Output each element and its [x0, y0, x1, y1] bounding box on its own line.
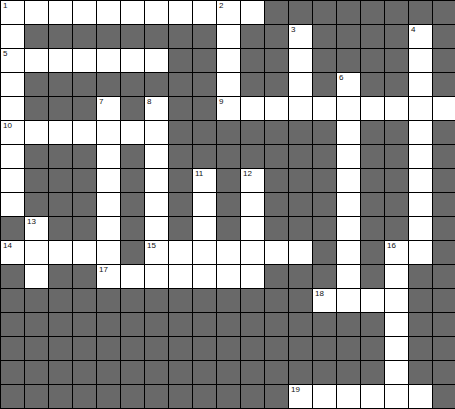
grid-cell[interactable]: 9 — [217, 97, 241, 121]
grid-cell[interactable] — [361, 97, 385, 121]
clue-number: 8 — [147, 97, 151, 106]
grid-cell[interactable] — [241, 241, 265, 265]
block-cell — [169, 313, 193, 337]
block-cell — [361, 121, 385, 145]
block-cell — [409, 265, 433, 289]
grid-cell[interactable] — [409, 217, 433, 241]
grid-cell[interactable] — [385, 289, 409, 313]
block-cell — [73, 73, 97, 97]
grid-cell[interactable] — [73, 241, 97, 265]
block-cell — [49, 313, 73, 337]
block-cell — [193, 25, 217, 49]
block-cell — [289, 337, 313, 361]
grid-cell[interactable] — [409, 169, 433, 193]
block-cell — [313, 73, 337, 97]
block-cell — [433, 313, 455, 337]
grid-cell[interactable] — [337, 241, 361, 265]
grid-cell[interactable] — [337, 169, 361, 193]
block-cell — [121, 145, 145, 169]
block-cell — [361, 193, 385, 217]
block-cell — [313, 265, 337, 289]
block-cell — [97, 385, 121, 409]
grid-cell[interactable] — [217, 49, 241, 73]
grid-cell[interactable]: 6 — [337, 73, 361, 97]
grid-cell[interactable] — [361, 385, 385, 409]
grid-cell[interactable] — [217, 265, 241, 289]
grid-cell[interactable] — [409, 97, 433, 121]
block-cell — [313, 193, 337, 217]
block-cell — [241, 73, 265, 97]
block-cell — [1, 385, 25, 409]
block-cell — [145, 337, 169, 361]
block-cell — [361, 25, 385, 49]
block-cell — [73, 337, 97, 361]
grid-cell[interactable] — [25, 1, 49, 25]
grid-cell[interactable]: 17 — [97, 265, 121, 289]
grid-cell[interactable] — [193, 265, 217, 289]
grid-cell[interactable] — [193, 217, 217, 241]
grid-cell[interactable] — [385, 97, 409, 121]
grid-cell[interactable] — [409, 73, 433, 97]
grid-cell[interactable] — [1, 73, 25, 97]
block-cell — [337, 313, 361, 337]
block-cell — [265, 1, 289, 25]
block-cell — [25, 193, 49, 217]
block-cell — [289, 193, 313, 217]
clue-number: 2 — [219, 1, 223, 10]
block-cell — [385, 25, 409, 49]
block-cell — [241, 337, 265, 361]
grid-cell[interactable] — [25, 265, 49, 289]
block-cell — [433, 337, 455, 361]
block-cell — [361, 313, 385, 337]
block-cell — [265, 193, 289, 217]
grid-cell[interactable] — [145, 265, 169, 289]
block-cell — [409, 289, 433, 313]
block-cell — [169, 121, 193, 145]
block-cell — [121, 361, 145, 385]
block-cell — [385, 73, 409, 97]
grid-cell[interactable] — [97, 145, 121, 169]
grid-cell[interactable]: 10 — [1, 121, 25, 145]
block-cell — [337, 49, 361, 73]
block-cell — [409, 1, 433, 25]
block-cell — [193, 121, 217, 145]
block-cell — [385, 217, 409, 241]
block-cell — [361, 361, 385, 385]
block-cell — [313, 121, 337, 145]
block-cell — [25, 313, 49, 337]
block-cell — [217, 337, 241, 361]
grid-cell[interactable]: 19 — [289, 385, 313, 409]
block-cell — [361, 1, 385, 25]
block-cell — [145, 361, 169, 385]
block-cell — [433, 73, 455, 97]
block-cell — [265, 289, 289, 313]
grid-cell[interactable]: 7 — [97, 97, 121, 121]
block-cell — [73, 313, 97, 337]
block-cell — [289, 121, 313, 145]
block-cell — [193, 313, 217, 337]
block-cell — [145, 289, 169, 313]
grid-cell[interactable]: 11 — [193, 169, 217, 193]
grid-cell[interactable] — [337, 265, 361, 289]
grid-cell[interactable] — [385, 313, 409, 337]
block-cell — [193, 361, 217, 385]
grid-cell[interactable] — [289, 241, 313, 265]
clue-number: 9 — [219, 97, 223, 106]
block-cell — [73, 193, 97, 217]
block-cell — [193, 145, 217, 169]
grid-cell[interactable] — [409, 49, 433, 73]
block-cell — [121, 289, 145, 313]
grid-cell[interactable] — [169, 265, 193, 289]
block-cell — [265, 337, 289, 361]
block-cell — [361, 241, 385, 265]
block-cell — [1, 313, 25, 337]
grid-cell[interactable] — [145, 49, 169, 73]
block-cell — [73, 289, 97, 313]
block-cell — [1, 289, 25, 313]
block-cell — [1, 265, 25, 289]
grid-cell[interactable] — [73, 121, 97, 145]
grid-cell[interactable] — [289, 73, 313, 97]
grid-cell[interactable] — [145, 145, 169, 169]
block-cell — [49, 169, 73, 193]
block-cell — [25, 361, 49, 385]
block-cell — [49, 193, 73, 217]
block-cell — [121, 73, 145, 97]
block-cell — [265, 25, 289, 49]
clue-number: 7 — [99, 97, 103, 106]
block-cell — [361, 337, 385, 361]
block-cell — [193, 385, 217, 409]
block-cell — [433, 169, 455, 193]
block-cell — [145, 25, 169, 49]
grid-cell[interactable] — [409, 193, 433, 217]
block-cell — [265, 121, 289, 145]
block-cell — [25, 145, 49, 169]
grid-cell[interactable] — [121, 1, 145, 25]
block-cell — [49, 361, 73, 385]
block-cell — [289, 217, 313, 241]
grid-cell[interactable] — [337, 385, 361, 409]
grid-cell[interactable] — [385, 337, 409, 361]
block-cell — [265, 145, 289, 169]
block-cell — [361, 49, 385, 73]
block-cell — [289, 361, 313, 385]
grid-cell[interactable] — [337, 289, 361, 313]
block-cell — [73, 169, 97, 193]
block-cell — [337, 25, 361, 49]
block-cell — [97, 361, 121, 385]
block-cell — [1, 361, 25, 385]
block-cell — [97, 25, 121, 49]
block-cell — [121, 169, 145, 193]
grid-cell[interactable] — [337, 97, 361, 121]
clue-number: 19 — [291, 385, 300, 394]
grid-cell[interactable]: 18 — [313, 289, 337, 313]
block-cell — [433, 241, 455, 265]
block-cell — [433, 49, 455, 73]
grid-cell[interactable]: 14 — [1, 241, 25, 265]
block-cell — [49, 337, 73, 361]
block-cell — [121, 25, 145, 49]
grid-cell[interactable]: 3 — [289, 25, 313, 49]
grid-cell[interactable] — [385, 385, 409, 409]
grid-cell[interactable] — [217, 73, 241, 97]
grid-cell[interactable] — [49, 1, 73, 25]
grid-cell[interactable] — [145, 217, 169, 241]
block-cell — [169, 385, 193, 409]
grid-cell[interactable] — [241, 217, 265, 241]
grid-cell[interactable] — [337, 121, 361, 145]
block-cell — [169, 289, 193, 313]
grid-cell[interactable]: 1 — [1, 1, 25, 25]
grid-cell[interactable] — [97, 241, 121, 265]
block-cell — [265, 385, 289, 409]
block-cell — [49, 289, 73, 313]
clue-number: 13 — [27, 217, 36, 226]
block-cell — [25, 25, 49, 49]
grid-cell[interactable] — [49, 241, 73, 265]
crossword-grid: 12345678910111213141516171819 — [0, 0, 455, 409]
block-cell — [169, 25, 193, 49]
block-cell — [145, 73, 169, 97]
block-cell — [433, 385, 455, 409]
grid-cell[interactable] — [217, 25, 241, 49]
grid-cell[interactable] — [409, 145, 433, 169]
grid-cell[interactable] — [73, 1, 97, 25]
grid-cell[interactable] — [409, 241, 433, 265]
block-cell — [217, 217, 241, 241]
grid-cell[interactable] — [385, 361, 409, 385]
grid-cell[interactable] — [241, 265, 265, 289]
block-cell — [217, 169, 241, 193]
block-cell — [361, 145, 385, 169]
grid-cell[interactable] — [97, 121, 121, 145]
clue-number: 3 — [291, 25, 295, 34]
block-cell — [97, 313, 121, 337]
block-cell — [73, 145, 97, 169]
block-cell — [49, 217, 73, 241]
grid-cell[interactable]: 12 — [241, 169, 265, 193]
block-cell — [433, 217, 455, 241]
block-cell — [145, 313, 169, 337]
grid-cell[interactable] — [313, 97, 337, 121]
grid-cell[interactable] — [1, 169, 25, 193]
grid-cell[interactable] — [313, 385, 337, 409]
block-cell — [337, 361, 361, 385]
clue-number: 1 — [3, 1, 7, 10]
block-cell — [1, 217, 25, 241]
grid-cell[interactable]: 15 — [145, 241, 169, 265]
block-cell — [265, 49, 289, 73]
block-cell — [289, 265, 313, 289]
clue-number: 10 — [3, 121, 12, 130]
grid-cell[interactable] — [241, 1, 265, 25]
block-cell — [241, 361, 265, 385]
block-cell — [313, 25, 337, 49]
block-cell — [169, 193, 193, 217]
block-cell — [217, 289, 241, 313]
grid-cell[interactable] — [25, 121, 49, 145]
block-cell — [241, 385, 265, 409]
grid-cell[interactable] — [121, 121, 145, 145]
grid-cell[interactable] — [97, 217, 121, 241]
block-cell — [313, 49, 337, 73]
block-cell — [265, 73, 289, 97]
block-cell — [49, 385, 73, 409]
clue-number: 4 — [411, 25, 415, 34]
block-cell — [169, 97, 193, 121]
block-cell — [265, 217, 289, 241]
block-cell — [169, 337, 193, 361]
grid-cell[interactable]: 16 — [385, 241, 409, 265]
grid-cell[interactable] — [49, 121, 73, 145]
block-cell — [193, 97, 217, 121]
clue-number: 12 — [243, 169, 252, 178]
block-cell — [289, 1, 313, 25]
block-cell — [217, 313, 241, 337]
grid-cell[interactable] — [97, 169, 121, 193]
block-cell — [337, 1, 361, 25]
block-cell — [217, 145, 241, 169]
block-cell — [289, 289, 313, 313]
block-cell — [25, 169, 49, 193]
block-cell — [241, 49, 265, 73]
block-cell — [409, 337, 433, 361]
grid-cell[interactable]: 2 — [217, 1, 241, 25]
block-cell — [385, 121, 409, 145]
grid-cell[interactable] — [337, 145, 361, 169]
grid-cell[interactable]: 13 — [25, 217, 49, 241]
grid-cell[interactable] — [169, 241, 193, 265]
block-cell — [313, 217, 337, 241]
block-cell — [97, 337, 121, 361]
grid-cell[interactable] — [265, 241, 289, 265]
grid-cell[interactable] — [145, 193, 169, 217]
block-cell — [73, 25, 97, 49]
grid-cell[interactable] — [1, 145, 25, 169]
block-cell — [25, 97, 49, 121]
clue-number: 17 — [99, 265, 108, 274]
block-cell — [337, 337, 361, 361]
block-cell — [25, 385, 49, 409]
grid-cell[interactable] — [121, 265, 145, 289]
grid-cell[interactable]: 4 — [409, 25, 433, 49]
grid-cell[interactable] — [241, 97, 265, 121]
block-cell — [433, 145, 455, 169]
grid-cell[interactable] — [289, 97, 313, 121]
block-cell — [217, 193, 241, 217]
block-cell — [49, 25, 73, 49]
grid-cell[interactable] — [289, 49, 313, 73]
grid-cell[interactable] — [409, 385, 433, 409]
grid-cell[interactable] — [361, 289, 385, 313]
block-cell — [433, 193, 455, 217]
grid-cell[interactable] — [169, 1, 193, 25]
block-cell — [73, 97, 97, 121]
block-cell — [121, 313, 145, 337]
grid-cell[interactable] — [433, 97, 455, 121]
block-cell — [313, 1, 337, 25]
clue-number: 14 — [3, 241, 12, 250]
block-cell — [145, 385, 169, 409]
grid-cell[interactable] — [73, 49, 97, 73]
grid-cell[interactable] — [409, 121, 433, 145]
block-cell — [265, 313, 289, 337]
block-cell — [121, 97, 145, 121]
grid-cell[interactable] — [121, 49, 145, 73]
block-cell — [169, 49, 193, 73]
block-cell — [241, 289, 265, 313]
block-cell — [217, 361, 241, 385]
block-cell — [385, 169, 409, 193]
grid-cell[interactable] — [385, 265, 409, 289]
grid-cell[interactable] — [193, 193, 217, 217]
block-cell — [433, 1, 455, 25]
block-cell — [433, 289, 455, 313]
grid-cell[interactable] — [97, 49, 121, 73]
block-cell — [73, 385, 97, 409]
grid-cell[interactable] — [145, 121, 169, 145]
block-cell — [49, 145, 73, 169]
clue-number: 6 — [339, 73, 343, 82]
grid-cell[interactable]: 5 — [1, 49, 25, 73]
block-cell — [313, 361, 337, 385]
block-cell — [361, 169, 385, 193]
block-cell — [49, 73, 73, 97]
clue-number: 18 — [315, 289, 324, 298]
grid-cell[interactable] — [1, 193, 25, 217]
block-cell — [433, 361, 455, 385]
grid-cell[interactable] — [217, 241, 241, 265]
block-cell — [169, 169, 193, 193]
block-cell — [25, 73, 49, 97]
grid-cell[interactable] — [193, 1, 217, 25]
block-cell — [193, 49, 217, 73]
grid-cell[interactable] — [337, 217, 361, 241]
block-cell — [313, 337, 337, 361]
clue-number: 16 — [387, 241, 396, 250]
grid-cell[interactable] — [1, 97, 25, 121]
crossword-board: 12345678910111213141516171819 — [0, 0, 455, 409]
block-cell — [121, 193, 145, 217]
grid-cell[interactable] — [193, 241, 217, 265]
grid-cell[interactable] — [97, 1, 121, 25]
grid-cell[interactable] — [265, 97, 289, 121]
grid-cell[interactable] — [145, 1, 169, 25]
block-cell — [49, 97, 73, 121]
grid-cell[interactable] — [1, 25, 25, 49]
block-cell — [25, 337, 49, 361]
grid-cell[interactable] — [25, 241, 49, 265]
grid-cell[interactable] — [337, 193, 361, 217]
block-cell — [433, 25, 455, 49]
block-cell — [241, 145, 265, 169]
grid-cell[interactable] — [241, 193, 265, 217]
clue-number: 11 — [195, 169, 203, 178]
grid-cell[interactable] — [49, 49, 73, 73]
grid-cell[interactable] — [25, 49, 49, 73]
grid-cell[interactable] — [145, 169, 169, 193]
block-cell — [361, 73, 385, 97]
grid-cell[interactable] — [97, 193, 121, 217]
clue-number: 5 — [3, 49, 7, 58]
grid-cell[interactable]: 8 — [145, 97, 169, 121]
block-cell — [265, 169, 289, 193]
